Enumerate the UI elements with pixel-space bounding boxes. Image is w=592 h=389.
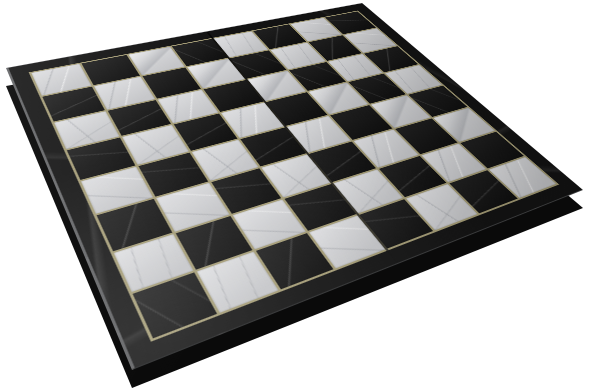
squares-grid: [31, 11, 556, 338]
playing-area: [29, 10, 559, 341]
product-photo-scene: [0, 0, 592, 389]
